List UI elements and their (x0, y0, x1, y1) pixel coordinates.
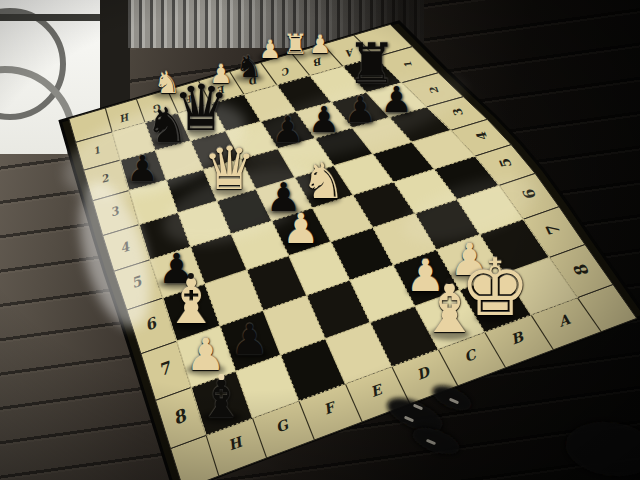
photo-vignette (0, 0, 640, 480)
chess-photo-scene: HGFEDCBAHGFEDCBA1122334455667788 ♟♜♟♞♟♜♞… (0, 0, 640, 480)
